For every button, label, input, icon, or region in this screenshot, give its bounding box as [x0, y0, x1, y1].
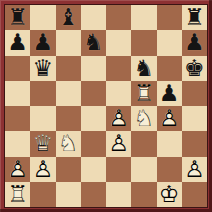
square-g4[interactable]: ♟♙ [157, 106, 182, 131]
square-g3[interactable] [157, 131, 182, 156]
square-e7[interactable] [106, 30, 131, 55]
white-pawn-outline-icon: ♙ [157, 106, 182, 131]
square-d5[interactable] [81, 81, 106, 106]
square-g7[interactable] [157, 30, 182, 55]
square-d1[interactable] [81, 182, 106, 207]
white-pawn-icon: ♟ [106, 106, 131, 131]
white-pawn-icon: ♟ [5, 157, 30, 182]
square-c7[interactable] [56, 30, 81, 55]
square-f3[interactable] [131, 131, 156, 156]
square-h7[interactable]: ♟ [182, 30, 207, 55]
square-c2[interactable] [56, 157, 81, 182]
square-b7[interactable]: ♟ [30, 30, 55, 55]
square-f2[interactable] [131, 157, 156, 182]
square-a6[interactable] [5, 56, 30, 81]
square-g1[interactable]: ♚♔ [157, 182, 182, 207]
white-pawn-icon: ♟ [182, 157, 207, 182]
square-a5[interactable] [5, 81, 30, 106]
square-g6[interactable] [157, 56, 182, 81]
square-c1[interactable] [56, 182, 81, 207]
white-knight-icon: ♞ [131, 106, 156, 131]
black-bishop-icon: ♝ [56, 5, 81, 30]
square-e1[interactable] [106, 182, 131, 207]
square-d3[interactable] [81, 131, 106, 156]
square-h4[interactable] [182, 106, 207, 131]
square-f8[interactable] [131, 5, 156, 30]
white-knight-outline-icon: ♘ [56, 131, 81, 156]
square-h6[interactable]: ♚ [182, 56, 207, 81]
square-d6[interactable] [81, 56, 106, 81]
square-b2[interactable]: ♟♙ [30, 157, 55, 182]
square-a4[interactable] [5, 106, 30, 131]
black-king-icon: ♚ [182, 56, 207, 81]
white-pawn-icon: ♟ [106, 131, 131, 156]
white-pawn-outline-icon: ♙ [106, 131, 131, 156]
white-pawn-icon: ♟ [157, 106, 182, 131]
white-king-icon: ♚ [157, 182, 182, 207]
square-b8[interactable] [30, 5, 55, 30]
square-b5[interactable] [30, 81, 55, 106]
square-a8[interactable]: ♜ [5, 5, 30, 30]
white-rook-outline-icon: ♖ [5, 182, 30, 207]
white-queen-outline-icon: ♕ [30, 131, 55, 156]
white-pawn-outline-icon: ♙ [106, 106, 131, 131]
white-pawn-outline-icon: ♙ [30, 157, 55, 182]
black-pawn-icon: ♟ [30, 30, 55, 55]
white-rook-icon: ♜ [131, 81, 156, 106]
square-h5[interactable] [182, 81, 207, 106]
square-b3[interactable]: ♛♕ [30, 131, 55, 156]
square-a7[interactable]: ♟ [5, 30, 30, 55]
square-b1[interactable] [30, 182, 55, 207]
square-d2[interactable] [81, 157, 106, 182]
black-rook-icon: ♜ [182, 5, 207, 30]
square-e3[interactable]: ♟♙ [106, 131, 131, 156]
square-f1[interactable] [131, 182, 156, 207]
black-queen-icon: ♛ [30, 56, 55, 81]
square-f7[interactable] [131, 30, 156, 55]
square-f5[interactable]: ♜♖ [131, 81, 156, 106]
square-h2[interactable]: ♟♙ [182, 157, 207, 182]
white-knight-outline-icon: ♘ [131, 106, 156, 131]
square-f4[interactable]: ♞♘ [131, 106, 156, 131]
black-knight-icon: ♞ [131, 56, 156, 81]
black-pawn-icon: ♟ [157, 81, 182, 106]
square-e2[interactable] [106, 157, 131, 182]
black-rook-icon: ♜ [5, 5, 30, 30]
square-f6[interactable]: ♞ [131, 56, 156, 81]
square-e4[interactable]: ♟♙ [106, 106, 131, 131]
square-d7[interactable]: ♞ [81, 30, 106, 55]
black-pawn-icon: ♟ [182, 30, 207, 55]
black-knight-icon: ♞ [81, 30, 106, 55]
square-c6[interactable] [56, 56, 81, 81]
square-b6[interactable]: ♛ [30, 56, 55, 81]
square-e8[interactable] [106, 5, 131, 30]
square-a2[interactable]: ♟♙ [5, 157, 30, 182]
square-g5[interactable]: ♟ [157, 81, 182, 106]
square-d8[interactable] [81, 5, 106, 30]
square-a1[interactable]: ♜♖ [5, 182, 30, 207]
white-rook-icon: ♜ [5, 182, 30, 207]
white-pawn-icon: ♟ [30, 157, 55, 182]
square-c3[interactable]: ♞♘ [56, 131, 81, 156]
white-pawn-outline-icon: ♙ [5, 157, 30, 182]
black-pawn-icon: ♟ [5, 30, 30, 55]
white-king-outline-icon: ♔ [157, 182, 182, 207]
square-b4[interactable] [30, 106, 55, 131]
white-pawn-outline-icon: ♙ [182, 157, 207, 182]
square-e6[interactable] [106, 56, 131, 81]
square-a3[interactable] [5, 131, 30, 156]
square-h8[interactable]: ♜ [182, 5, 207, 30]
square-c5[interactable] [56, 81, 81, 106]
square-g2[interactable] [157, 157, 182, 182]
square-e5[interactable] [106, 81, 131, 106]
white-knight-icon: ♞ [56, 131, 81, 156]
square-g8[interactable] [157, 5, 182, 30]
square-h3[interactable] [182, 131, 207, 156]
square-d4[interactable] [81, 106, 106, 131]
square-h1[interactable] [182, 182, 207, 207]
square-c8[interactable]: ♝ [56, 5, 81, 30]
square-c4[interactable] [56, 106, 81, 131]
board-frame: ♜♝♜♟♟♞♟♛♞♚♜♖♟♟♙♞♘♟♙♛♕♞♘♟♙♟♙♟♙♟♙♜♖♚♔ [0, 0, 212, 212]
white-queen-icon: ♛ [30, 131, 55, 156]
white-rook-outline-icon: ♖ [131, 81, 156, 106]
chess-board: ♜♝♜♟♟♞♟♛♞♚♜♖♟♟♙♞♘♟♙♛♕♞♘♟♙♟♙♟♙♟♙♜♖♚♔ [4, 4, 208, 208]
